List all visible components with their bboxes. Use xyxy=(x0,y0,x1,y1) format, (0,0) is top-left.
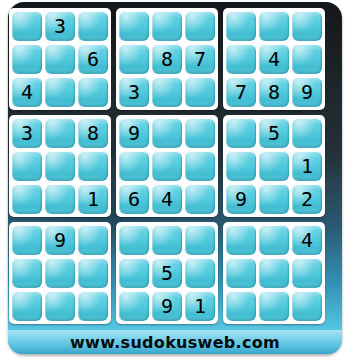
cell-r3c7[interactable]: 7 xyxy=(226,77,256,107)
cell-r3c8[interactable]: 8 xyxy=(259,77,289,107)
cell-r2c8[interactable]: 4 xyxy=(259,44,289,74)
cell-r9c1[interactable] xyxy=(12,291,42,321)
cell-r4c1[interactable]: 3 xyxy=(12,118,42,148)
cell-r9c6[interactable]: 1 xyxy=(185,291,215,321)
box-2-3: 5192 xyxy=(223,115,325,217)
cell-r5c4[interactable] xyxy=(119,151,149,181)
cell-r2c4[interactable] xyxy=(119,44,149,74)
cell-r9c4[interactable] xyxy=(119,291,149,321)
cell-r8c7[interactable] xyxy=(226,258,256,288)
cell-r2c3[interactable]: 6 xyxy=(78,44,108,74)
cell-r1c7[interactable] xyxy=(226,11,256,41)
cell-r4c8[interactable]: 5 xyxy=(259,118,289,148)
cell-r8c5[interactable]: 5 xyxy=(152,258,182,288)
box-2-2: 964 xyxy=(116,115,218,217)
cell-r5c6[interactable] xyxy=(185,151,215,181)
cell-r5c5[interactable] xyxy=(152,151,182,181)
box-2-1: 381 xyxy=(9,115,111,217)
cell-r6c2[interactable] xyxy=(45,184,75,214)
cell-r6c9[interactable]: 2 xyxy=(292,184,322,214)
cell-r8c3[interactable] xyxy=(78,258,108,288)
cell-r3c9[interactable]: 9 xyxy=(292,77,322,107)
cell-r8c9[interactable] xyxy=(292,258,322,288)
box-1-3: 4789 xyxy=(223,8,325,110)
cell-r1c4[interactable] xyxy=(119,11,149,41)
cell-r5c7[interactable] xyxy=(226,151,256,181)
cell-r6c8[interactable] xyxy=(259,184,289,214)
cell-r7c7[interactable] xyxy=(226,225,256,255)
cell-r6c5[interactable]: 4 xyxy=(152,184,182,214)
cell-r2c6[interactable]: 7 xyxy=(185,44,215,74)
cell-r8c8[interactable] xyxy=(259,258,289,288)
cell-r7c5[interactable] xyxy=(152,225,182,255)
cell-r7c3[interactable] xyxy=(78,225,108,255)
cell-r6c1[interactable] xyxy=(12,184,42,214)
cell-r2c1[interactable] xyxy=(12,44,42,74)
cell-r4c2[interactable] xyxy=(45,118,75,148)
sudoku-page: 3648734789381964519295914 www.sudokusweb… xyxy=(0,0,350,360)
cell-r7c4[interactable] xyxy=(119,225,149,255)
cell-r7c6[interactable] xyxy=(185,225,215,255)
cell-r1c5[interactable] xyxy=(152,11,182,41)
cell-r6c4[interactable]: 6 xyxy=(119,184,149,214)
cell-r2c2[interactable] xyxy=(45,44,75,74)
cell-r3c6[interactable] xyxy=(185,77,215,107)
cell-r3c5[interactable] xyxy=(152,77,182,107)
cell-r9c8[interactable] xyxy=(259,291,289,321)
cell-r1c3[interactable] xyxy=(78,11,108,41)
cell-r1c1[interactable] xyxy=(12,11,42,41)
cell-r3c1[interactable]: 4 xyxy=(12,77,42,107)
cell-r2c7[interactable] xyxy=(226,44,256,74)
cell-r1c2[interactable]: 3 xyxy=(45,11,75,41)
cell-r3c2[interactable] xyxy=(45,77,75,107)
cell-r1c9[interactable] xyxy=(292,11,322,41)
cell-r5c8[interactable] xyxy=(259,151,289,181)
cell-r8c6[interactable] xyxy=(185,258,215,288)
box-1-1: 364 xyxy=(9,8,111,110)
cell-r4c4[interactable]: 9 xyxy=(119,118,149,148)
cell-r2c9[interactable] xyxy=(292,44,322,74)
cell-r5c9[interactable]: 1 xyxy=(292,151,322,181)
sudoku-board: 3648734789381964519295914 xyxy=(9,8,325,324)
cell-r7c2[interactable]: 9 xyxy=(45,225,75,255)
cell-r5c2[interactable] xyxy=(45,151,75,181)
footer-band: www.sudokusweb.com xyxy=(8,330,342,354)
cell-r8c2[interactable] xyxy=(45,258,75,288)
cell-r3c3[interactable] xyxy=(78,77,108,107)
cell-r6c3[interactable]: 1 xyxy=(78,184,108,214)
box-3-2: 591 xyxy=(116,222,218,324)
cell-r5c1[interactable] xyxy=(12,151,42,181)
cell-r7c9[interactable]: 4 xyxy=(292,225,322,255)
cell-r8c1[interactable] xyxy=(12,258,42,288)
cell-r9c7[interactable] xyxy=(226,291,256,321)
website-url-link[interactable]: www.sudokusweb.com xyxy=(70,333,280,352)
cell-r6c7[interactable]: 9 xyxy=(226,184,256,214)
cell-r4c9[interactable] xyxy=(292,118,322,148)
cell-r1c6[interactable] xyxy=(185,11,215,41)
cell-r1c8[interactable] xyxy=(259,11,289,41)
cell-r7c8[interactable] xyxy=(259,225,289,255)
cell-r4c7[interactable] xyxy=(226,118,256,148)
cell-r7c1[interactable] xyxy=(12,225,42,255)
cell-r8c4[interactable] xyxy=(119,258,149,288)
box-3-3: 4 xyxy=(223,222,325,324)
cell-r9c9[interactable] xyxy=(292,291,322,321)
cell-r5c3[interactable] xyxy=(78,151,108,181)
cell-r9c2[interactable] xyxy=(45,291,75,321)
box-1-2: 873 xyxy=(116,8,218,110)
cell-r9c5[interactable]: 9 xyxy=(152,291,182,321)
cell-r4c5[interactable] xyxy=(152,118,182,148)
cell-r3c4[interactable]: 3 xyxy=(119,77,149,107)
box-3-1: 9 xyxy=(9,222,111,324)
cell-r2c5[interactable]: 8 xyxy=(152,44,182,74)
cell-r9c3[interactable] xyxy=(78,291,108,321)
cell-r4c6[interactable] xyxy=(185,118,215,148)
cell-r6c6[interactable] xyxy=(185,184,215,214)
cell-r4c3[interactable]: 8 xyxy=(78,118,108,148)
